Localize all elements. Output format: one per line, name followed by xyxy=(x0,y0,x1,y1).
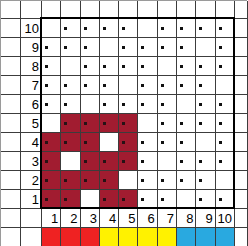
palette-cell-col7[interactable] xyxy=(158,228,177,246)
cell-r6c1[interactable] xyxy=(42,95,61,114)
cell-r5c6[interactable] xyxy=(138,114,157,133)
dot-marker xyxy=(219,46,222,49)
cell-r7c8[interactable] xyxy=(177,76,196,95)
dot-marker xyxy=(141,198,144,201)
gutter-cell xyxy=(235,152,248,171)
cell-r9c1[interactable] xyxy=(42,38,61,57)
fill-marker xyxy=(84,160,87,163)
dot-marker xyxy=(161,27,164,30)
cell-r1c4[interactable] xyxy=(100,190,119,209)
gutter-cell xyxy=(1,76,21,95)
gutter-cell xyxy=(100,1,119,19)
fill-marker xyxy=(122,141,125,144)
cell-r2c1[interactable] xyxy=(42,171,61,190)
gutter-cell xyxy=(1,95,21,114)
cell-r4c10[interactable] xyxy=(216,133,235,152)
gutter-cell xyxy=(235,190,248,209)
dot-marker xyxy=(103,65,106,68)
cell-r8c4[interactable] xyxy=(100,57,119,76)
dot-marker xyxy=(161,179,164,182)
gutter-cell xyxy=(158,1,177,19)
col-label-10: 10 xyxy=(216,209,235,228)
cell-r4c6[interactable] xyxy=(138,133,157,152)
gutter-cell xyxy=(235,76,248,95)
dot-marker xyxy=(219,198,222,201)
dot-marker xyxy=(199,84,202,87)
gutter-cell xyxy=(216,1,235,19)
gutter-cell xyxy=(138,1,157,19)
cell-r1c1[interactable] xyxy=(42,190,61,209)
cell-r4c8[interactable] xyxy=(177,133,196,152)
dot-marker xyxy=(161,46,164,49)
col-label-7: 7 xyxy=(158,209,177,228)
gutter-cell xyxy=(235,209,248,228)
row-label-2: 2 xyxy=(21,171,42,190)
palette-cell-col3[interactable] xyxy=(81,228,100,246)
dot-marker xyxy=(161,141,164,144)
col-label-8: 8 xyxy=(177,209,196,228)
palette-cell-col4[interactable] xyxy=(100,228,119,246)
cell-r9c2[interactable] xyxy=(61,38,80,57)
cell-r7c3[interactable] xyxy=(81,76,100,95)
dot-marker xyxy=(199,27,202,30)
gutter-cell xyxy=(42,1,61,19)
dot-marker xyxy=(122,46,125,49)
fill-marker xyxy=(64,179,67,182)
cell-r3c1[interactable] xyxy=(42,152,61,171)
cell-r7c2[interactable] xyxy=(61,76,80,95)
dot-marker xyxy=(84,27,87,30)
cell-r7c4[interactable] xyxy=(100,76,119,95)
cell-r10c8[interactable] xyxy=(177,19,196,38)
cell-r10c2[interactable] xyxy=(61,19,80,38)
fill-marker xyxy=(45,160,48,163)
cell-r2c3[interactable] xyxy=(81,171,100,190)
dot-marker xyxy=(199,103,202,106)
palette-cell-col1[interactable] xyxy=(42,228,61,246)
cell-r9c6[interactable] xyxy=(138,38,157,57)
dot-marker xyxy=(219,65,222,68)
gutter-cell xyxy=(119,1,138,19)
dot-marker xyxy=(161,122,164,125)
cell-r6c7[interactable] xyxy=(158,95,177,114)
palette-cell-col5[interactable] xyxy=(119,228,138,246)
fill-marker xyxy=(64,141,67,144)
gutter-cell xyxy=(1,152,21,171)
gutter-cell xyxy=(235,133,248,152)
cell-r1c5[interactable] xyxy=(119,190,138,209)
col-label-9: 9 xyxy=(196,209,215,228)
cell-r4c7[interactable] xyxy=(158,133,177,152)
gutter-cell xyxy=(196,1,215,19)
cell-r10c4[interactable] xyxy=(100,19,119,38)
gutter-cell xyxy=(1,228,21,246)
dot-marker xyxy=(199,179,202,182)
gutter-cell xyxy=(21,228,42,246)
fill-marker xyxy=(84,179,87,182)
cell-r9c7[interactable] xyxy=(158,38,177,57)
cell-r10c5[interactable] xyxy=(119,19,138,38)
fill-marker xyxy=(103,179,106,182)
dot-marker xyxy=(45,65,48,68)
fill-marker xyxy=(45,141,48,144)
palette-cell-col2[interactable] xyxy=(61,228,80,246)
dot-marker xyxy=(64,84,67,87)
cell-r3c3[interactable] xyxy=(81,152,100,171)
gutter-cell xyxy=(1,190,21,209)
cell-r5c10[interactable] xyxy=(216,114,235,133)
worksheet-grid-screenshot: 1098765432112345678910 xyxy=(0,0,247,246)
palette-cell-col6[interactable] xyxy=(138,228,157,246)
cell-r5c4[interactable] xyxy=(100,114,119,133)
cell-r2c6[interactable] xyxy=(138,171,157,190)
cell-r2c2[interactable] xyxy=(61,171,80,190)
cell-r3c10[interactable] xyxy=(216,152,235,171)
gutter-cell xyxy=(1,57,21,76)
dot-marker xyxy=(45,84,48,87)
cell-r9c9[interactable] xyxy=(196,38,215,57)
cell-r5c8[interactable] xyxy=(177,114,196,133)
cell-r2c7[interactable] xyxy=(158,171,177,190)
cell-r1c9[interactable] xyxy=(196,190,215,209)
dot-marker xyxy=(180,122,183,125)
col-label-5: 5 xyxy=(119,209,138,228)
dot-marker xyxy=(141,103,144,106)
dot-marker xyxy=(141,46,144,49)
gutter-cell xyxy=(235,114,248,133)
dot-marker xyxy=(161,84,164,87)
puzzle-board: 1098765432112345678910 xyxy=(0,0,247,246)
dot-marker xyxy=(45,46,48,49)
cell-r8c7[interactable] xyxy=(158,57,177,76)
dot-marker xyxy=(45,103,48,106)
gutter-cell xyxy=(235,57,248,76)
fill-marker xyxy=(84,141,87,144)
cell-r4c5[interactable] xyxy=(119,133,138,152)
fill-marker xyxy=(45,198,48,201)
dot-marker xyxy=(199,160,202,163)
dot-marker xyxy=(180,46,183,49)
fill-marker xyxy=(64,122,67,125)
dot-marker xyxy=(122,27,125,30)
cell-r3c8[interactable] xyxy=(177,152,196,171)
cell-r1c10[interactable] xyxy=(216,190,235,209)
fill-marker xyxy=(84,122,87,125)
cell-r8c3[interactable] xyxy=(81,57,100,76)
fill-marker xyxy=(122,122,125,125)
cell-r7c7[interactable] xyxy=(158,76,177,95)
gutter-cell xyxy=(235,228,248,246)
gutter-cell xyxy=(1,19,21,38)
gutter-cell xyxy=(1,114,21,133)
dot-marker xyxy=(103,27,106,30)
cell-r10c1[interactable] xyxy=(42,19,61,38)
dot-marker xyxy=(64,27,67,30)
cell-r2c8[interactable] xyxy=(177,171,196,190)
cell-r7c6[interactable] xyxy=(138,76,157,95)
gutter-cell xyxy=(1,209,21,228)
dot-marker xyxy=(199,198,202,201)
col-label-6: 6 xyxy=(138,209,157,228)
gutter-cell xyxy=(21,1,42,19)
fill-marker xyxy=(103,198,106,201)
dot-marker xyxy=(103,103,106,106)
cell-r8c8[interactable] xyxy=(177,57,196,76)
gutter-cell xyxy=(81,1,100,19)
cell-r1c8[interactable] xyxy=(177,190,196,209)
fill-marker xyxy=(103,122,106,125)
col-label-3: 3 xyxy=(81,209,100,228)
gutter-cell xyxy=(21,209,42,228)
cell-r5c3[interactable] xyxy=(81,114,100,133)
cell-r6c10[interactable] xyxy=(216,95,235,114)
fill-marker xyxy=(45,179,48,182)
cell-r8c10[interactable] xyxy=(216,57,235,76)
cell-r5c9[interactable] xyxy=(196,114,215,133)
row-label-7: 7 xyxy=(21,76,42,95)
cell-r3c6[interactable] xyxy=(138,152,157,171)
dot-marker xyxy=(141,141,144,144)
cell-r8c6[interactable] xyxy=(138,57,157,76)
dot-marker xyxy=(219,160,222,163)
gutter-cell xyxy=(1,171,21,190)
col-label-4: 4 xyxy=(100,209,119,228)
cell-r10c6[interactable] xyxy=(138,19,157,38)
cell-r8c5[interactable] xyxy=(119,57,138,76)
col-label-1: 1 xyxy=(42,209,61,228)
dot-marker xyxy=(84,46,87,49)
palette-cell-col9[interactable] xyxy=(196,228,215,246)
cell-r5c7[interactable] xyxy=(158,114,177,133)
cell-r2c9[interactable] xyxy=(196,171,215,190)
dot-marker xyxy=(84,84,87,87)
gutter-cell xyxy=(235,171,248,190)
cell-r5c1[interactable] xyxy=(42,114,61,133)
row-label-6: 6 xyxy=(21,95,42,114)
row-label-5: 5 xyxy=(21,114,42,133)
cell-r7c10[interactable] xyxy=(216,76,235,95)
dot-marker xyxy=(141,179,144,182)
cell-r9c10[interactable] xyxy=(216,38,235,57)
dot-marker xyxy=(180,160,183,163)
cell-r6c9[interactable] xyxy=(196,95,215,114)
row-label-1: 1 xyxy=(21,190,42,209)
cell-r2c5[interactable] xyxy=(119,171,138,190)
cell-r10c3[interactable] xyxy=(81,19,100,38)
cell-r1c6[interactable] xyxy=(138,190,157,209)
fill-marker xyxy=(103,160,106,163)
gutter-cell xyxy=(177,1,196,19)
cell-r4c3[interactable] xyxy=(81,133,100,152)
dot-marker xyxy=(180,141,183,144)
dot-marker xyxy=(219,103,222,106)
dot-marker xyxy=(64,103,67,106)
dot-marker xyxy=(64,46,67,49)
gutter-cell xyxy=(235,19,248,38)
gutter-cell xyxy=(235,1,248,19)
palette-cell-col8[interactable] xyxy=(177,228,196,246)
cell-r6c2[interactable] xyxy=(61,95,80,114)
dot-marker xyxy=(141,160,144,163)
gutter-cell xyxy=(1,133,21,152)
col-label-2: 2 xyxy=(61,209,80,228)
cell-r6c8[interactable] xyxy=(177,95,196,114)
cell-r6c3[interactable] xyxy=(81,95,100,114)
gutter-cell xyxy=(61,1,80,19)
dot-marker xyxy=(219,141,222,144)
gutter-cell xyxy=(1,38,21,57)
row-label-3: 3 xyxy=(21,152,42,171)
fill-marker xyxy=(122,160,125,163)
cell-r3c5[interactable] xyxy=(119,152,138,171)
cell-r1c7[interactable] xyxy=(158,190,177,209)
cell-r9c8[interactable] xyxy=(177,38,196,57)
fill-marker xyxy=(64,198,67,201)
cell-r9c4[interactable] xyxy=(100,38,119,57)
cell-r8c1[interactable] xyxy=(42,57,61,76)
cell-r3c7[interactable] xyxy=(158,152,177,171)
cell-r3c2[interactable] xyxy=(61,152,80,171)
dot-marker xyxy=(219,122,222,125)
cell-r3c9[interactable] xyxy=(196,152,215,171)
cell-r7c9[interactable] xyxy=(196,76,215,95)
row-label-9: 9 xyxy=(21,38,42,57)
cell-r8c9[interactable] xyxy=(196,57,215,76)
gutter-cell xyxy=(235,95,248,114)
dot-marker xyxy=(122,103,125,106)
dot-marker xyxy=(141,65,144,68)
cell-r7c1[interactable] xyxy=(42,76,61,95)
row-label-10: 10 xyxy=(21,19,42,38)
palette-cell-col10[interactable] xyxy=(216,228,235,246)
dot-marker xyxy=(103,84,106,87)
cell-r5c5[interactable] xyxy=(119,114,138,133)
dot-marker xyxy=(199,122,202,125)
dot-marker xyxy=(161,103,164,106)
dot-marker xyxy=(84,65,87,68)
gutter-cell xyxy=(1,1,21,19)
fill-marker xyxy=(122,198,125,201)
dot-marker xyxy=(180,84,183,87)
cell-r4c4[interactable] xyxy=(100,133,119,152)
cell-r4c9[interactable] xyxy=(196,133,215,152)
cell-r10c9[interactable] xyxy=(196,19,215,38)
cell-r1c3[interactable] xyxy=(81,190,100,209)
dot-marker xyxy=(180,179,183,182)
cell-r1c2[interactable] xyxy=(61,190,80,209)
cell-r2c4[interactable] xyxy=(100,171,119,190)
cell-r5c2[interactable] xyxy=(61,114,80,133)
gutter-cell xyxy=(235,38,248,57)
dot-marker xyxy=(180,27,183,30)
cell-r2c10[interactable] xyxy=(216,171,235,190)
dot-marker xyxy=(122,65,125,68)
row-label-4: 4 xyxy=(21,133,42,152)
dot-marker xyxy=(141,84,144,87)
row-label-8: 8 xyxy=(21,57,42,76)
cell-r9c5[interactable] xyxy=(119,38,138,57)
dot-marker xyxy=(180,65,183,68)
dot-marker xyxy=(219,27,222,30)
cell-r4c1[interactable] xyxy=(42,133,61,152)
cell-r10c10[interactable] xyxy=(216,19,235,38)
dot-marker xyxy=(161,198,164,201)
cell-r7c5[interactable] xyxy=(119,76,138,95)
dot-marker xyxy=(199,65,202,68)
cell-r8c2[interactable] xyxy=(61,57,80,76)
cell-r6c6[interactable] xyxy=(138,95,157,114)
cell-r4c2[interactable] xyxy=(61,133,80,152)
cell-r10c7[interactable] xyxy=(158,19,177,38)
cell-r6c4[interactable] xyxy=(100,95,119,114)
cell-r6c5[interactable] xyxy=(119,95,138,114)
cell-r9c3[interactable] xyxy=(81,38,100,57)
cell-r3c4[interactable] xyxy=(100,152,119,171)
